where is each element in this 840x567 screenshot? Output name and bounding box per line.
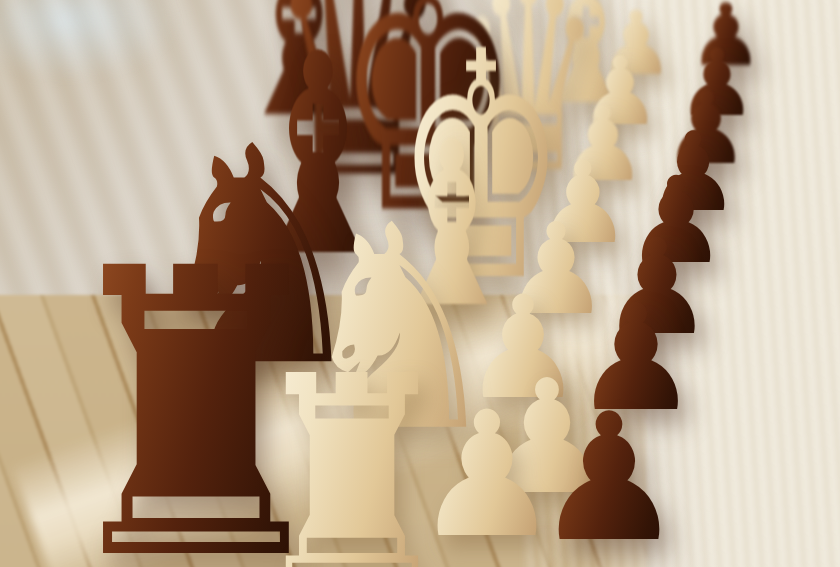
chess-set-photo: ♛♚♝♝♞♜♝♛♚♝♞♜♟♟♟♟♟♟♟♟♟♟♟♟♟♟♟♟: [0, 0, 840, 567]
pieces-layer: ♛♚♝♝♞♜♝♛♚♝♞♜♟♟♟♟♟♟♟♟♟♟♟♟♟♟♟♟: [0, 0, 840, 567]
dark-pawn-1: ♟: [534, 390, 685, 566]
light-rook: ♜: [247, 339, 458, 567]
